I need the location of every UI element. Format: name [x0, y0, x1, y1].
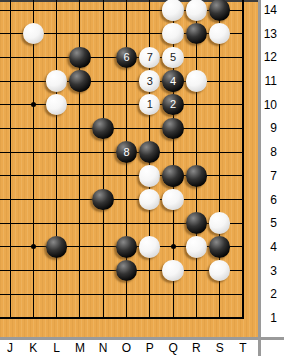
stones-grid: 67534128 — [0, 0, 255, 330]
column-label-L: L — [47, 341, 67, 355]
board-wood[interactable]: 67534128 — [0, 0, 258, 337]
row-label-10: 10 — [258, 97, 284, 113]
stone-black-P8[interactable] — [139, 141, 161, 163]
column-label-J: J — [0, 341, 20, 355]
board-point-S14 — [208, 0, 231, 22]
stone-white-S13[interactable] — [209, 23, 231, 45]
board-point-Q12: 5 — [161, 45, 184, 69]
column-label-O: O — [117, 341, 137, 355]
row-label-12: 12 — [258, 49, 284, 65]
move-number: 2 — [170, 99, 176, 110]
stone-white-R4[interactable] — [186, 236, 208, 258]
board-point-O12: 6 — [115, 45, 138, 69]
stone-black-R7[interactable] — [186, 165, 208, 187]
stone-white-R14[interactable] — [186, 0, 208, 21]
stone-white-P6[interactable] — [139, 189, 161, 211]
column-label-S: S — [210, 341, 230, 355]
board-point-R14 — [185, 0, 208, 22]
stone-black-S4[interactable] — [209, 236, 231, 258]
stone-white-S3[interactable] — [209, 260, 231, 282]
board-point-R4 — [185, 235, 208, 259]
board-point-P6 — [138, 188, 161, 212]
row-label-1: 1 — [258, 310, 284, 326]
stone-black-O4[interactable] — [116, 236, 138, 258]
board-point-R7 — [185, 164, 208, 188]
board-point-P4 — [138, 235, 161, 259]
stone-black-R5[interactable] — [186, 212, 208, 234]
row-label-8: 8 — [258, 144, 284, 160]
stone-black-R13[interactable] — [186, 23, 208, 45]
column-label-Q: Q — [163, 341, 183, 355]
board-point-N9 — [92, 117, 115, 141]
stone-black-L4[interactable] — [46, 236, 68, 258]
stone-black-Q7[interactable] — [162, 165, 184, 187]
board-point-P7 — [138, 164, 161, 188]
column-label-K: K — [23, 341, 43, 355]
stone-white-L10[interactable] — [46, 94, 68, 116]
move-number: 8 — [123, 147, 129, 158]
stone-black-Q9[interactable] — [162, 118, 184, 140]
board-point-O3 — [115, 259, 138, 283]
stone-white-R11[interactable] — [186, 70, 208, 92]
row-label-3: 3 — [258, 263, 284, 279]
move-number: 5 — [170, 52, 176, 63]
row-label-2: 2 — [258, 286, 284, 302]
stone-black-Q11[interactable]: 4 — [162, 70, 184, 92]
row-label-9: 9 — [258, 120, 284, 136]
board-point-P10: 1 — [138, 93, 161, 117]
board-point-P12: 7 — [138, 45, 161, 69]
board-point-Q14 — [161, 0, 184, 22]
board-point-Q13 — [161, 22, 184, 46]
board-point-R5 — [185, 211, 208, 235]
board-point-M11 — [68, 69, 91, 93]
stone-white-Q13[interactable] — [162, 23, 184, 45]
board-point-Q9 — [161, 117, 184, 141]
board-point-R11 — [185, 69, 208, 93]
stone-white-Q6[interactable] — [162, 189, 184, 211]
stone-white-P11[interactable]: 3 — [139, 70, 161, 92]
board-point-S13 — [208, 22, 231, 46]
board-point-O8: 8 — [115, 140, 138, 164]
board-point-L10 — [45, 93, 68, 117]
stone-white-P4[interactable] — [139, 236, 161, 258]
move-number: 7 — [147, 52, 153, 63]
stone-black-M11[interactable] — [69, 70, 91, 92]
row-label-4: 4 — [258, 239, 284, 255]
move-number: 6 — [123, 52, 129, 63]
stone-white-Q14[interactable] — [162, 0, 184, 21]
board-point-P8 — [138, 140, 161, 164]
stone-white-Q3[interactable] — [162, 260, 184, 282]
stone-white-Q12[interactable]: 5 — [162, 47, 184, 69]
move-number: 1 — [147, 99, 153, 110]
stone-white-K13[interactable] — [23, 23, 45, 45]
board-point-L4 — [45, 235, 68, 259]
column-label-R: R — [186, 341, 206, 355]
stone-white-S5[interactable] — [209, 212, 231, 234]
board-point-S3 — [208, 259, 231, 283]
row-label-13: 13 — [258, 26, 284, 42]
go-diagram: 67534128 1413121110987654321 JKLMNOPQRST — [0, 0, 284, 356]
stone-black-N6[interactable] — [92, 189, 114, 211]
column-label-P: P — [140, 341, 160, 355]
stone-black-M12[interactable] — [69, 47, 91, 69]
board-point-Q11: 4 — [161, 69, 184, 93]
board-point-Q6 — [161, 188, 184, 212]
stone-black-O12[interactable]: 6 — [116, 47, 138, 69]
stone-white-P7[interactable] — [139, 165, 161, 187]
stone-white-P10[interactable]: 1 — [139, 94, 161, 116]
stone-black-N9[interactable] — [92, 118, 114, 140]
move-number: 3 — [147, 76, 153, 87]
board-point-N6 — [92, 188, 115, 212]
stone-black-O3[interactable] — [116, 260, 138, 282]
row-label-6: 6 — [258, 192, 284, 208]
board-point-S5 — [208, 211, 231, 235]
board-point-P11: 3 — [138, 69, 161, 93]
row-label-11: 11 — [258, 73, 284, 89]
board-point-L11 — [45, 69, 68, 93]
board-point-Q7 — [161, 164, 184, 188]
stone-black-Q10[interactable]: 2 — [162, 94, 184, 116]
board-point-R13 — [185, 22, 208, 46]
column-label-N: N — [93, 341, 113, 355]
stone-black-S14[interactable] — [209, 0, 231, 21]
board-point-M12 — [68, 45, 91, 69]
board-point-K13 — [22, 22, 45, 46]
row-label-14: 14 — [258, 2, 284, 18]
board-point-O4 — [115, 235, 138, 259]
column-label-T: T — [233, 341, 253, 355]
column-label-M: M — [70, 341, 90, 355]
move-number: 4 — [170, 76, 176, 87]
bottom-separator — [0, 337, 284, 340]
row-label-7: 7 — [258, 168, 284, 184]
row-label-5: 5 — [258, 215, 284, 231]
stone-white-L11[interactable] — [46, 70, 68, 92]
board-point-Q10: 2 — [161, 93, 184, 117]
board-point-S4 — [208, 235, 231, 259]
board-point-Q3 — [161, 259, 184, 283]
stone-black-O8[interactable]: 8 — [116, 141, 138, 163]
stone-white-P12[interactable]: 7 — [139, 47, 161, 69]
